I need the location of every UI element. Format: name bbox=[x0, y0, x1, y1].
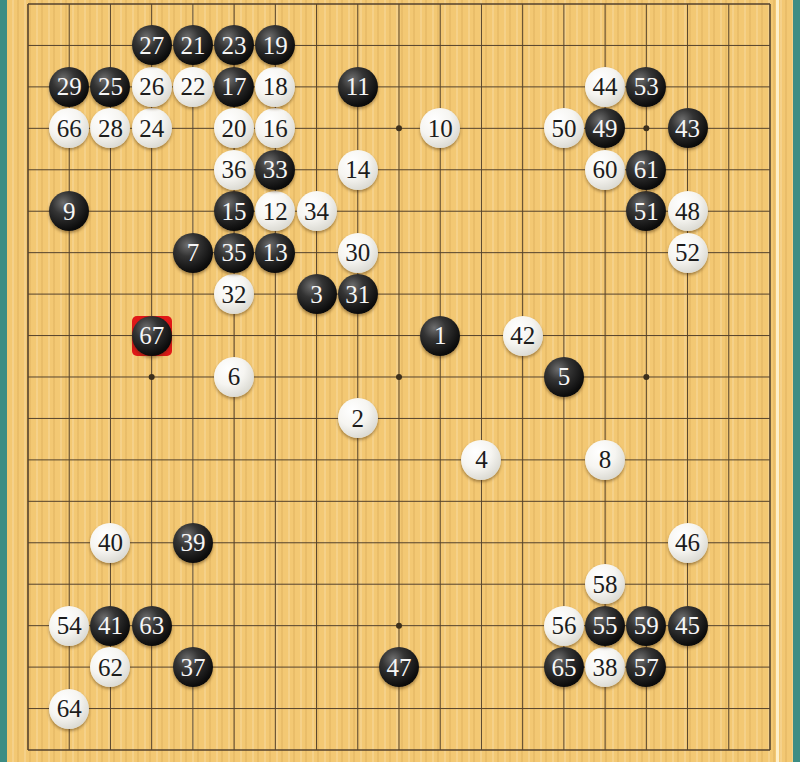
move-number: 59 bbox=[634, 613, 659, 638]
stone-black-67: 67 bbox=[132, 316, 172, 356]
move-number: 26 bbox=[139, 74, 164, 99]
move-number: 4 bbox=[475, 447, 488, 472]
stone-white-26: 26 bbox=[132, 67, 172, 107]
stone-black-3: 3 bbox=[297, 274, 337, 314]
move-number: 54 bbox=[57, 613, 82, 638]
move-number: 24 bbox=[139, 116, 164, 141]
move-number: 57 bbox=[634, 655, 659, 680]
move-number: 48 bbox=[675, 199, 700, 224]
stone-black-27: 27 bbox=[132, 25, 172, 65]
stone-black-1: 1 bbox=[420, 316, 460, 356]
move-number: 33 bbox=[263, 157, 288, 182]
board-edge-seam bbox=[776, 0, 779, 762]
move-number: 56 bbox=[551, 613, 576, 638]
move-number: 7 bbox=[187, 240, 200, 265]
move-number: 58 bbox=[593, 572, 618, 597]
move-number: 45 bbox=[675, 613, 700, 638]
move-number: 25 bbox=[98, 74, 123, 99]
move-number: 12 bbox=[263, 199, 288, 224]
stone-black-39: 39 bbox=[173, 523, 213, 563]
move-number: 55 bbox=[593, 613, 618, 638]
move-number: 5 bbox=[558, 364, 571, 389]
stone-black-65: 65 bbox=[544, 647, 584, 687]
stone-black-41: 41 bbox=[90, 606, 130, 646]
stone-white-42: 42 bbox=[503, 316, 543, 356]
move-number: 63 bbox=[139, 613, 164, 638]
stone-white-8: 8 bbox=[585, 440, 625, 480]
star-point bbox=[643, 374, 649, 380]
stone-black-47: 47 bbox=[379, 647, 419, 687]
move-number: 17 bbox=[222, 74, 247, 99]
move-number: 27 bbox=[139, 33, 164, 58]
stone-black-11: 11 bbox=[338, 67, 378, 107]
star-point bbox=[149, 374, 155, 380]
move-number: 51 bbox=[634, 199, 659, 224]
stone-white-44: 44 bbox=[585, 67, 625, 107]
move-number: 9 bbox=[63, 199, 76, 224]
stone-white-52: 52 bbox=[668, 233, 708, 273]
stone-white-18: 18 bbox=[255, 67, 295, 107]
move-number: 22 bbox=[180, 74, 205, 99]
move-number: 20 bbox=[222, 116, 247, 141]
move-number: 43 bbox=[675, 116, 700, 141]
move-number: 8 bbox=[599, 447, 612, 472]
move-number: 46 bbox=[675, 530, 700, 555]
move-number: 47 bbox=[386, 655, 411, 680]
move-number: 53 bbox=[634, 74, 659, 99]
stone-white-56: 56 bbox=[544, 606, 584, 646]
move-number: 52 bbox=[675, 240, 700, 265]
move-number: 14 bbox=[345, 157, 370, 182]
move-number: 21 bbox=[180, 33, 205, 58]
stone-white-6: 6 bbox=[214, 357, 254, 397]
move-number: 61 bbox=[634, 157, 659, 182]
stone-black-35: 35 bbox=[214, 233, 254, 273]
stone-black-13: 13 bbox=[255, 233, 295, 273]
move-number: 67 bbox=[139, 323, 164, 348]
move-number: 36 bbox=[222, 157, 247, 182]
stone-white-48: 48 bbox=[668, 191, 708, 231]
move-number: 39 bbox=[180, 530, 205, 555]
move-number: 3 bbox=[310, 282, 323, 307]
stone-white-30: 30 bbox=[338, 233, 378, 273]
move-number: 65 bbox=[551, 655, 576, 680]
stone-white-14: 14 bbox=[338, 150, 378, 190]
stone-black-53: 53 bbox=[626, 67, 666, 107]
stone-black-31: 31 bbox=[338, 274, 378, 314]
stone-black-7: 7 bbox=[173, 233, 213, 273]
move-number: 38 bbox=[593, 655, 618, 680]
move-number: 50 bbox=[551, 116, 576, 141]
stone-white-34: 34 bbox=[297, 191, 337, 231]
move-number: 66 bbox=[57, 116, 82, 141]
move-number: 10 bbox=[428, 116, 453, 141]
stone-white-38: 38 bbox=[585, 647, 625, 687]
move-number: 34 bbox=[304, 199, 329, 224]
move-number: 62 bbox=[98, 655, 123, 680]
stone-black-29: 29 bbox=[49, 67, 89, 107]
move-number: 30 bbox=[345, 240, 370, 265]
stone-white-22: 22 bbox=[173, 67, 213, 107]
stone-black-33: 33 bbox=[255, 150, 295, 190]
move-number: 28 bbox=[98, 116, 123, 141]
move-number: 37 bbox=[180, 655, 205, 680]
move-number: 44 bbox=[593, 74, 618, 99]
stone-white-54: 54 bbox=[49, 606, 89, 646]
stone-black-43: 43 bbox=[668, 108, 708, 148]
move-number: 16 bbox=[263, 116, 288, 141]
move-number: 1 bbox=[434, 323, 447, 348]
stone-black-61: 61 bbox=[626, 150, 666, 190]
stone-black-37: 37 bbox=[173, 647, 213, 687]
star-point bbox=[396, 374, 402, 380]
stone-black-59: 59 bbox=[626, 606, 666, 646]
move-number: 13 bbox=[263, 240, 288, 265]
star-point bbox=[396, 623, 402, 629]
stone-black-45: 45 bbox=[668, 606, 708, 646]
move-number: 35 bbox=[222, 240, 247, 265]
stone-white-50: 50 bbox=[544, 108, 584, 148]
frame-left-strip bbox=[0, 0, 7, 762]
move-number: 6 bbox=[228, 364, 241, 389]
move-number: 11 bbox=[346, 74, 370, 99]
move-number: 42 bbox=[510, 323, 535, 348]
move-number: 15 bbox=[222, 199, 247, 224]
stone-black-63: 63 bbox=[132, 606, 172, 646]
move-number: 41 bbox=[98, 613, 123, 638]
move-number: 2 bbox=[352, 406, 365, 431]
stone-white-32: 32 bbox=[214, 274, 254, 314]
stone-white-24: 24 bbox=[132, 108, 172, 148]
stone-white-60: 60 bbox=[585, 150, 625, 190]
move-number: 19 bbox=[263, 33, 288, 58]
move-number: 60 bbox=[593, 157, 618, 182]
star-point bbox=[643, 125, 649, 131]
star-point bbox=[396, 125, 402, 131]
stone-white-64: 64 bbox=[49, 689, 89, 729]
go-board[interactable]: 1234567891011121314151617181920212223242… bbox=[0, 0, 800, 762]
move-number: 23 bbox=[222, 33, 247, 58]
move-number: 64 bbox=[57, 696, 82, 721]
move-number: 40 bbox=[98, 530, 123, 555]
stone-black-17: 17 bbox=[214, 67, 254, 107]
move-number: 18 bbox=[263, 74, 288, 99]
move-number: 29 bbox=[57, 74, 82, 99]
frame-right-strip bbox=[793, 0, 800, 762]
stone-white-36: 36 bbox=[214, 150, 254, 190]
move-number: 31 bbox=[345, 282, 370, 307]
move-number: 32 bbox=[222, 282, 247, 307]
stone-white-40: 40 bbox=[90, 523, 130, 563]
stone-white-46: 46 bbox=[668, 523, 708, 563]
stone-black-5: 5 bbox=[544, 357, 584, 397]
stone-white-2: 2 bbox=[338, 398, 378, 438]
stone-black-55: 55 bbox=[585, 606, 625, 646]
move-number: 49 bbox=[593, 116, 618, 141]
